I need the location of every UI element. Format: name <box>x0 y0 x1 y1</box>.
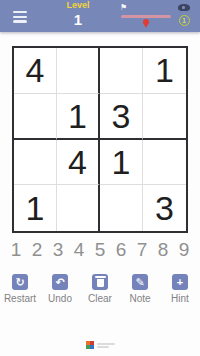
trash-icon <box>92 274 108 290</box>
tool-label: Hint <box>160 293 200 304</box>
numpad-2[interactable]: 2 <box>28 239 46 261</box>
plus-icon: + <box>172 274 188 290</box>
app-screen: Level 1 ⚑ 1 41134113 123456789 ↻Restart↶… <box>0 0 200 356</box>
tool-label: Note <box>120 293 160 304</box>
toolbar: ↻Restart↶UndoClear✎Note+Hint <box>0 274 200 304</box>
menu-icon[interactable] <box>13 11 27 25</box>
numpad-5[interactable]: 5 <box>91 239 109 261</box>
main-area: 41134113 123456789 ↻Restart↶UndoClear✎No… <box>0 46 200 350</box>
cell-r4c2[interactable] <box>57 185 100 231</box>
numpad-3[interactable]: 3 <box>49 239 67 261</box>
level-progress: ⚑ <box>119 5 171 29</box>
cell-r3c3[interactable]: 1 <box>100 140 143 186</box>
cell-r3c4[interactable] <box>143 140 186 186</box>
numpad-6[interactable]: 6 <box>112 239 130 261</box>
level-value: 1 <box>60 12 96 27</box>
top-bar: Level 1 ⚑ 1 <box>0 0 200 32</box>
cell-r4c4[interactable]: 3 <box>143 185 186 231</box>
progress-bar <box>121 15 171 18</box>
level-indicator: Level 1 <box>60 1 96 27</box>
flag-icon: ⚑ <box>120 3 127 12</box>
cell-r1c1[interactable]: 4 <box>14 48 57 94</box>
tool-label: Clear <box>80 293 120 304</box>
restart-icon: ↻ <box>12 274 28 290</box>
reward-area[interactable]: 1 <box>175 4 193 26</box>
numpad-7[interactable]: 7 <box>133 239 151 261</box>
note-button[interactable]: ✎Note <box>120 274 160 304</box>
cell-r2c1[interactable] <box>14 94 57 140</box>
reward-icon <box>178 4 190 11</box>
cell-r2c3[interactable]: 3 <box>100 94 143 140</box>
tool-label: Undo <box>40 293 80 304</box>
restart-button[interactable]: ↻Restart <box>0 274 40 304</box>
cell-r3c2[interactable]: 4 <box>57 140 100 186</box>
cell-r2c4[interactable] <box>143 94 186 140</box>
numpad-4[interactable]: 4 <box>70 239 88 261</box>
number-pad: 123456789 <box>4 239 196 261</box>
cell-r1c4[interactable]: 1 <box>143 48 186 94</box>
ad-text-lines <box>97 341 115 350</box>
numpad-8[interactable]: 8 <box>154 239 172 261</box>
reward-count-badge: 1 <box>179 15 190 26</box>
ad-placeholder[interactable] <box>0 341 200 350</box>
cell-r4c1[interactable]: 1 <box>14 185 57 231</box>
numpad-1[interactable]: 1 <box>7 239 25 261</box>
pencil-icon: ✎ <box>132 274 148 290</box>
cell-r2c2[interactable]: 1 <box>57 94 100 140</box>
cell-r3c1[interactable] <box>14 140 57 186</box>
cell-r1c3[interactable] <box>100 48 143 94</box>
position-pin-icon <box>143 19 149 25</box>
cell-r4c3[interactable] <box>100 185 143 231</box>
undo-icon: ↶ <box>52 274 68 290</box>
cell-r1c2[interactable] <box>57 48 100 94</box>
tool-label: Restart <box>0 293 40 304</box>
clear-button[interactable]: Clear <box>80 274 120 304</box>
level-label: Level <box>60 1 96 10</box>
undo-button[interactable]: ↶Undo <box>40 274 80 304</box>
hint-button[interactable]: +Hint <box>160 274 200 304</box>
numpad-9[interactable]: 9 <box>175 239 193 261</box>
sudoku-board: 41134113 <box>12 46 188 233</box>
ad-logo-icon <box>86 341 94 349</box>
